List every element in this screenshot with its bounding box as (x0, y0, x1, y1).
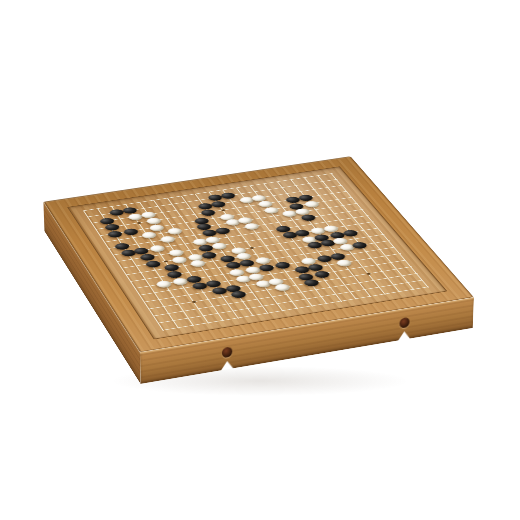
stone-black (302, 278, 320, 287)
stone-black (238, 259, 256, 267)
stone-black (191, 282, 209, 291)
stone-white (155, 280, 173, 289)
star-point (163, 260, 168, 262)
stone-white (168, 249, 186, 257)
star-point (249, 247, 254, 249)
product-photo-canvas (0, 0, 520, 520)
stone-white (171, 256, 189, 264)
stone-black (306, 263, 324, 271)
stone-black (296, 273, 314, 281)
stone-white (273, 283, 291, 292)
stone-black (119, 249, 137, 257)
stone-black (144, 260, 162, 268)
dowel-notch (398, 330, 410, 340)
board-scene (0, 0, 520, 520)
dowel-hole (399, 317, 409, 329)
stone-white (187, 253, 205, 261)
star-point (279, 286, 284, 289)
stone-black (162, 263, 180, 271)
stone-black (185, 275, 203, 283)
stone-black (224, 284, 242, 293)
stone-white (254, 257, 272, 265)
stone-black (273, 261, 291, 269)
stone-white (171, 277, 189, 285)
dowel-hole (222, 346, 232, 358)
star-point (191, 301, 196, 304)
stone-white (189, 259, 207, 267)
stone-black (329, 252, 347, 260)
stone-white (228, 268, 246, 276)
stone-white (254, 279, 272, 288)
stone-black (210, 286, 228, 295)
stone-black (229, 290, 247, 299)
stone-white (234, 252, 252, 260)
stone-black (138, 253, 156, 261)
stone-black (293, 266, 311, 274)
stone-black (224, 261, 242, 269)
stone-white (244, 266, 262, 274)
stone-white (300, 257, 318, 265)
stone-white (267, 277, 285, 285)
stone-white (247, 273, 265, 281)
stone-black (312, 270, 330, 278)
go-board (43, 156, 474, 352)
stone-black (218, 255, 236, 263)
stone-black (257, 264, 275, 272)
star-point (366, 273, 371, 275)
stone-black (315, 254, 333, 262)
stone-white (234, 275, 252, 283)
stone-black (165, 270, 183, 278)
stone-white (335, 259, 353, 267)
stone-black (204, 280, 222, 289)
stone-black (200, 251, 218, 259)
